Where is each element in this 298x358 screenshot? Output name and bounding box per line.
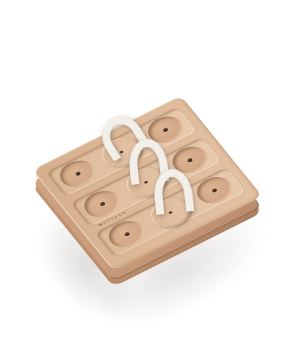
treat-hole xyxy=(187,157,194,162)
paw-icon xyxy=(99,223,103,226)
slider-handle-row-3[interactable] xyxy=(152,167,194,215)
treat-hole xyxy=(99,201,106,206)
product-photo-scene: DOGERO xyxy=(0,0,298,358)
treat-well xyxy=(54,155,102,192)
treat-hole xyxy=(123,232,130,237)
treat-hole xyxy=(75,171,82,176)
treat-hole xyxy=(211,188,218,193)
arch-handle-icon xyxy=(152,167,194,215)
treat-well xyxy=(190,172,238,209)
treat-hole xyxy=(162,127,169,132)
